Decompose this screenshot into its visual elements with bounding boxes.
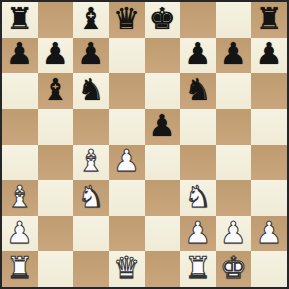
square-g8[interactable] [216,2,252,38]
square-c3[interactable]: ♞ [73,180,109,216]
chess-board-container: ♜♝♛♚♜♟♟♟♟♟♟♝♞♞♟♝♟♝♞♞♟♟♟♟♜♛♜♚ [0,0,289,289]
square-a2[interactable]: ♟ [2,216,38,252]
square-b5[interactable] [38,109,74,145]
black-knight-c6[interactable]: ♞ [78,75,105,105]
square-e2[interactable] [145,216,181,252]
square-c7[interactable]: ♟ [73,38,109,74]
black-pawn-c7[interactable]: ♟ [78,39,105,69]
black-pawn-f7[interactable]: ♟ [184,39,211,69]
square-g1[interactable]: ♚ [216,251,252,287]
square-c5[interactable] [73,109,109,145]
square-e6[interactable] [145,73,181,109]
square-a1[interactable]: ♜ [2,251,38,287]
square-b3[interactable] [38,180,74,216]
square-c8[interactable]: ♝ [73,2,109,38]
square-g7[interactable]: ♟ [216,38,252,74]
square-g3[interactable] [216,180,252,216]
black-king-e8[interactable]: ♚ [149,4,176,34]
square-e4[interactable] [145,145,181,181]
black-pawn-b7[interactable]: ♟ [42,39,69,69]
square-f4[interactable] [180,145,216,181]
square-h3[interactable] [251,180,287,216]
square-a7[interactable]: ♟ [2,38,38,74]
square-f5[interactable] [180,109,216,145]
square-g6[interactable] [216,73,252,109]
square-h8[interactable]: ♜ [251,2,287,38]
chess-board: ♜♝♛♚♜♟♟♟♟♟♟♝♞♞♟♝♟♝♞♞♟♟♟♟♜♛♜♚ [0,0,289,289]
black-pawn-e5[interactable]: ♟ [149,111,176,141]
square-d5[interactable] [109,109,145,145]
square-a3[interactable]: ♝ [2,180,38,216]
square-c6[interactable]: ♞ [73,73,109,109]
white-rook-a1[interactable]: ♜ [6,253,33,283]
square-a6[interactable] [2,73,38,109]
square-a5[interactable] [2,109,38,145]
square-h2[interactable]: ♟ [251,216,287,252]
square-f6[interactable]: ♞ [180,73,216,109]
white-pawn-g2[interactable]: ♟ [220,218,247,248]
square-e5[interactable]: ♟ [145,109,181,145]
square-d4[interactable]: ♟ [109,145,145,181]
square-e3[interactable] [145,180,181,216]
square-h6[interactable] [251,73,287,109]
square-b7[interactable]: ♟ [38,38,74,74]
square-h5[interactable] [251,109,287,145]
square-f2[interactable]: ♟ [180,216,216,252]
black-pawn-h7[interactable]: ♟ [256,39,283,69]
white-bishop-a3[interactable]: ♝ [6,182,33,212]
square-g4[interactable] [216,145,252,181]
square-d3[interactable] [109,180,145,216]
square-d8[interactable]: ♛ [109,2,145,38]
square-e7[interactable] [145,38,181,74]
black-rook-h8[interactable]: ♜ [256,4,283,34]
black-bishop-c8[interactable]: ♝ [78,4,105,34]
white-pawn-h2[interactable]: ♟ [256,218,283,248]
square-h7[interactable]: ♟ [251,38,287,74]
square-e1[interactable] [145,251,181,287]
square-c4[interactable]: ♝ [73,145,109,181]
square-a4[interactable] [2,145,38,181]
black-pawn-a7[interactable]: ♟ [6,39,33,69]
white-pawn-f2[interactable]: ♟ [184,218,211,248]
square-b1[interactable] [38,251,74,287]
square-g5[interactable] [216,109,252,145]
square-a8[interactable]: ♜ [2,2,38,38]
square-b4[interactable] [38,145,74,181]
white-bishop-c4[interactable]: ♝ [78,146,105,176]
black-knight-f6[interactable]: ♞ [184,75,211,105]
square-d1[interactable]: ♛ [109,251,145,287]
square-b8[interactable] [38,2,74,38]
square-d6[interactable] [109,73,145,109]
square-f3[interactable]: ♞ [180,180,216,216]
square-h1[interactable] [251,251,287,287]
square-f8[interactable] [180,2,216,38]
square-d2[interactable] [109,216,145,252]
square-b2[interactable] [38,216,74,252]
white-rook-f1[interactable]: ♜ [184,253,211,283]
square-c2[interactable] [73,216,109,252]
square-c1[interactable] [73,251,109,287]
square-e8[interactable]: ♚ [145,2,181,38]
square-h4[interactable] [251,145,287,181]
black-rook-a8[interactable]: ♜ [6,4,33,34]
white-knight-c3[interactable]: ♞ [78,182,105,212]
square-b6[interactable]: ♝ [38,73,74,109]
white-queen-d1[interactable]: ♛ [113,253,140,283]
white-pawn-a2[interactable]: ♟ [6,218,33,248]
black-queen-d8[interactable]: ♛ [113,4,140,34]
black-bishop-b6[interactable]: ♝ [42,75,69,105]
black-pawn-g7[interactable]: ♟ [220,39,247,69]
square-d7[interactable] [109,38,145,74]
square-f7[interactable]: ♟ [180,38,216,74]
square-g2[interactable]: ♟ [216,216,252,252]
white-pawn-d4[interactable]: ♟ [113,146,140,176]
white-knight-f3[interactable]: ♞ [184,182,211,212]
square-f1[interactable]: ♜ [180,251,216,287]
white-king-g1[interactable]: ♚ [220,253,247,283]
